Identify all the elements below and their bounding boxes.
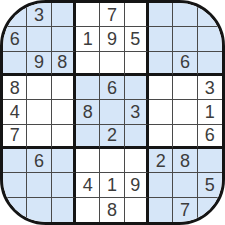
cell-r3c4[interactable] — [76, 52, 100, 76]
cell-r4c1[interactable]: 8 — [3, 76, 27, 100]
cell-digit: 9 — [130, 175, 140, 193]
cell-r7c3[interactable] — [52, 149, 76, 173]
cell-r4c7[interactable] — [149, 76, 173, 100]
cell-digit: 3 — [34, 5, 44, 23]
cell-r4c3[interactable] — [52, 76, 76, 100]
cell-r6c5[interactable]: 2 — [100, 125, 124, 149]
cell-r3c6[interactable] — [125, 52, 149, 76]
cell-digit: 9 — [34, 53, 44, 71]
cell-r5c7[interactable] — [149, 100, 173, 124]
cell-r1c8[interactable] — [173, 3, 197, 27]
cell-r4c2[interactable] — [27, 76, 51, 100]
cell-digit: 3 — [205, 78, 215, 96]
cell-r2c8[interactable] — [173, 27, 197, 51]
cell-digit: 2 — [107, 126, 117, 144]
cell-digit: 3 — [130, 102, 140, 120]
sudoku-grid: 3761959868634831726628419587 — [3, 3, 222, 222]
cell-r5c4[interactable]: 8 — [76, 100, 100, 124]
cell-r1c2[interactable]: 3 — [27, 3, 51, 27]
cell-digit: 8 — [180, 151, 190, 169]
cell-r4c9[interactable]: 3 — [198, 76, 222, 100]
cell-r8c1[interactable] — [3, 173, 27, 197]
cell-digit: 7 — [107, 5, 117, 23]
cell-digit: 8 — [107, 200, 117, 218]
cell-digit: 8 — [83, 102, 93, 120]
cell-digit: 2 — [156, 151, 166, 169]
cell-r1c9[interactable] — [198, 3, 222, 27]
cell-r2c6[interactable]: 5 — [125, 27, 149, 51]
cell-digit: 1 — [107, 175, 117, 193]
cell-r3c2[interactable]: 9 — [27, 52, 51, 76]
cell-r8c8[interactable] — [173, 173, 197, 197]
cell-r5c9[interactable]: 1 — [198, 100, 222, 124]
cell-r8c6[interactable]: 9 — [125, 173, 149, 197]
cell-r9c8[interactable]: 7 — [173, 198, 197, 222]
cell-r8c9[interactable]: 5 — [198, 173, 222, 197]
cell-r3c5[interactable] — [100, 52, 124, 76]
cell-digit: 6 — [10, 29, 20, 47]
cell-digit: 7 — [10, 126, 20, 144]
cell-r3c8[interactable]: 6 — [173, 52, 197, 76]
cell-digit: 5 — [130, 29, 140, 47]
cell-r1c1[interactable] — [3, 3, 27, 27]
cell-r3c1[interactable] — [3, 52, 27, 76]
cell-r2c2[interactable] — [27, 27, 51, 51]
cell-r5c5[interactable] — [100, 100, 124, 124]
cell-r3c7[interactable] — [149, 52, 173, 76]
cell-r6c3[interactable] — [52, 125, 76, 149]
cell-r7c4[interactable] — [76, 149, 100, 173]
cell-r6c9[interactable]: 6 — [198, 125, 222, 149]
cell-r7c1[interactable] — [3, 149, 27, 173]
cell-r2c7[interactable] — [149, 27, 173, 51]
cell-r7c7[interactable]: 2 — [149, 149, 173, 173]
cell-r6c2[interactable] — [27, 125, 51, 149]
cell-r5c3[interactable] — [52, 100, 76, 124]
cell-r2c5[interactable]: 9 — [100, 27, 124, 51]
cell-r1c4[interactable] — [76, 3, 100, 27]
cell-digit: 1 — [83, 29, 93, 47]
cell-r7c8[interactable]: 8 — [173, 149, 197, 173]
cell-digit: 8 — [57, 53, 67, 71]
cell-r6c8[interactable] — [173, 125, 197, 149]
cell-digit: 6 — [107, 78, 117, 96]
cell-r3c3[interactable]: 8 — [52, 52, 76, 76]
cell-r8c2[interactable] — [27, 173, 51, 197]
cell-r1c6[interactable] — [125, 3, 149, 27]
cell-r2c9[interactable] — [198, 27, 222, 51]
cell-r2c3[interactable] — [52, 27, 76, 51]
cell-r4c6[interactable] — [125, 76, 149, 100]
cell-digit: 4 — [10, 102, 20, 120]
cell-r4c5[interactable]: 6 — [100, 76, 124, 100]
cell-r6c7[interactable] — [149, 125, 173, 149]
cell-r9c1[interactable] — [3, 198, 27, 222]
cell-digit: 8 — [10, 78, 20, 96]
cell-r9c9[interactable] — [198, 198, 222, 222]
cell-digit: 6 — [205, 126, 215, 144]
cell-r1c7[interactable] — [149, 3, 173, 27]
cell-r7c6[interactable] — [125, 149, 149, 173]
cell-r6c4[interactable] — [76, 125, 100, 149]
cell-digit: 4 — [83, 175, 93, 193]
cell-r7c9[interactable] — [198, 149, 222, 173]
cell-r8c4[interactable]: 4 — [76, 173, 100, 197]
cell-digit: 6 — [180, 53, 190, 71]
cell-r6c1[interactable]: 7 — [3, 125, 27, 149]
cell-r1c5[interactable]: 7 — [100, 3, 124, 27]
cell-r6c6[interactable] — [125, 125, 149, 149]
cell-r8c3[interactable] — [52, 173, 76, 197]
cell-r8c5[interactable]: 1 — [100, 173, 124, 197]
cell-r1c3[interactable] — [52, 3, 76, 27]
cell-r3c9[interactable] — [198, 52, 222, 76]
cell-r4c4[interactable] — [76, 76, 100, 100]
cell-r9c6[interactable] — [125, 198, 149, 222]
cell-r4c8[interactable] — [173, 76, 197, 100]
cell-r7c5[interactable] — [100, 149, 124, 173]
cell-r9c5[interactable]: 8 — [100, 198, 124, 222]
cell-r9c4[interactable] — [76, 198, 100, 222]
cell-r5c1[interactable]: 4 — [3, 100, 27, 124]
cell-r9c7[interactable] — [149, 198, 173, 222]
cell-r5c8[interactable] — [173, 100, 197, 124]
cell-digit: 1 — [205, 102, 215, 120]
cell-digit: 5 — [205, 175, 215, 193]
cell-r7c2[interactable]: 6 — [27, 149, 51, 173]
cell-r9c3[interactable] — [52, 198, 76, 222]
cell-r8c7[interactable] — [149, 173, 173, 197]
cell-digit: 7 — [180, 200, 190, 218]
cell-digit: 6 — [34, 151, 44, 169]
cell-r5c6[interactable]: 3 — [125, 100, 149, 124]
cell-r2c1[interactable]: 6 — [3, 27, 27, 51]
sudoku-app-icon: 3761959868634831726628419587 — [0, 0, 225, 225]
cell-r5c2[interactable] — [27, 100, 51, 124]
sudoku-board: 3761959868634831726628419587 — [0, 0, 225, 225]
cell-r9c2[interactable] — [27, 198, 51, 222]
cell-digit: 9 — [107, 29, 117, 47]
cell-r2c4[interactable]: 1 — [76, 27, 100, 51]
